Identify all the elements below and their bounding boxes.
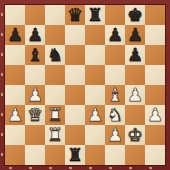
white-rook[interactable]: ♜ bbox=[47, 125, 63, 145]
square-b8[interactable] bbox=[25, 5, 45, 25]
square-c1[interactable] bbox=[45, 145, 65, 165]
black-rook[interactable]: ♜ bbox=[67, 145, 83, 165]
square-a1[interactable] bbox=[5, 145, 25, 165]
square-h4[interactable] bbox=[145, 85, 165, 105]
chess-board: ♛♜♚♟♟♟♟♝♞♟♟♝♟♟♛♜♟♞♟♜♟♚♜ bbox=[5, 5, 165, 165]
square-f5[interactable] bbox=[105, 65, 125, 85]
square-g6[interactable]: ♟ bbox=[125, 45, 145, 65]
square-g7[interactable]: ♟ bbox=[125, 25, 145, 45]
square-d7[interactable] bbox=[65, 25, 85, 45]
border-tick bbox=[1, 133, 3, 136]
black-pawn[interactable]: ♟ bbox=[7, 25, 23, 45]
square-c5[interactable] bbox=[45, 65, 65, 85]
chess-board-frame: ♛♜♚♟♟♟♟♝♞♟♟♝♟♟♛♜♟♞♟♜♟♚♜ bbox=[0, 0, 170, 170]
white-pawn[interactable]: ♟ bbox=[127, 85, 143, 105]
border-tick bbox=[1, 153, 3, 156]
border-tick bbox=[1, 53, 3, 56]
square-d8[interactable]: ♛ bbox=[65, 5, 85, 25]
border-tick bbox=[1, 13, 3, 16]
square-c2[interactable]: ♜ bbox=[45, 125, 65, 145]
square-h6[interactable] bbox=[145, 45, 165, 65]
white-queen[interactable]: ♛ bbox=[27, 105, 43, 125]
square-f7[interactable]: ♟ bbox=[105, 25, 125, 45]
border-tick bbox=[29, 167, 32, 169]
square-e5[interactable] bbox=[85, 65, 105, 85]
black-bishop[interactable]: ♝ bbox=[27, 45, 43, 65]
square-b1[interactable] bbox=[25, 145, 45, 165]
square-f6[interactable] bbox=[105, 45, 125, 65]
square-h3[interactable]: ♟ bbox=[145, 105, 165, 125]
square-a4[interactable] bbox=[5, 85, 25, 105]
white-rook[interactable]: ♜ bbox=[47, 105, 63, 125]
square-e2[interactable] bbox=[85, 125, 105, 145]
black-pawn[interactable]: ♟ bbox=[127, 45, 143, 65]
border-tick bbox=[1, 33, 3, 36]
square-b2[interactable] bbox=[25, 125, 45, 145]
square-a2[interactable] bbox=[5, 125, 25, 145]
square-a8[interactable] bbox=[5, 5, 25, 25]
square-e4[interactable] bbox=[85, 85, 105, 105]
square-b6[interactable]: ♝ bbox=[25, 45, 45, 65]
square-b5[interactable] bbox=[25, 65, 45, 85]
square-c7[interactable] bbox=[45, 25, 65, 45]
square-h1[interactable] bbox=[145, 145, 165, 165]
square-f3[interactable]: ♞ bbox=[105, 105, 125, 125]
square-a5[interactable] bbox=[5, 65, 25, 85]
border-tick bbox=[149, 167, 152, 169]
square-a6[interactable] bbox=[5, 45, 25, 65]
black-pawn[interactable]: ♟ bbox=[107, 25, 123, 45]
square-e3[interactable]: ♟ bbox=[85, 105, 105, 125]
square-g8[interactable]: ♚ bbox=[125, 5, 145, 25]
square-g1[interactable] bbox=[125, 145, 145, 165]
black-pawn[interactable]: ♟ bbox=[127, 25, 143, 45]
square-d6[interactable] bbox=[65, 45, 85, 65]
white-pawn[interactable]: ♟ bbox=[147, 105, 163, 125]
square-h5[interactable] bbox=[145, 65, 165, 85]
square-e1[interactable] bbox=[85, 145, 105, 165]
black-queen[interactable]: ♛ bbox=[67, 5, 83, 25]
white-pawn[interactable]: ♟ bbox=[107, 125, 123, 145]
square-g5[interactable] bbox=[125, 65, 145, 85]
square-h8[interactable] bbox=[145, 5, 165, 25]
border-tick bbox=[9, 167, 12, 169]
square-g3[interactable] bbox=[125, 105, 145, 125]
white-king[interactable]: ♚ bbox=[127, 125, 143, 145]
black-rook[interactable]: ♜ bbox=[87, 5, 103, 25]
white-knight[interactable]: ♞ bbox=[107, 105, 123, 125]
square-d4[interactable] bbox=[65, 85, 85, 105]
square-d1[interactable]: ♜ bbox=[65, 145, 85, 165]
border-tick bbox=[89, 167, 92, 169]
white-pawn[interactable]: ♟ bbox=[7, 105, 23, 125]
black-knight[interactable]: ♞ bbox=[47, 45, 63, 65]
square-h7[interactable] bbox=[145, 25, 165, 45]
white-bishop[interactable]: ♝ bbox=[107, 85, 123, 105]
square-e8[interactable]: ♜ bbox=[85, 5, 105, 25]
square-b3[interactable]: ♛ bbox=[25, 105, 45, 125]
square-f1[interactable] bbox=[105, 145, 125, 165]
white-pawn[interactable]: ♟ bbox=[87, 105, 103, 125]
square-c8[interactable] bbox=[45, 5, 65, 25]
border-tick bbox=[1, 113, 3, 116]
square-f2[interactable]: ♟ bbox=[105, 125, 125, 145]
border-tick bbox=[129, 167, 132, 169]
border-tick bbox=[49, 167, 52, 169]
square-c4[interactable] bbox=[45, 85, 65, 105]
border-tick bbox=[69, 167, 72, 169]
square-b7[interactable]: ♟ bbox=[25, 25, 45, 45]
square-e7[interactable] bbox=[85, 25, 105, 45]
square-b4[interactable]: ♟ bbox=[25, 85, 45, 105]
border-tick bbox=[1, 93, 3, 96]
square-f8[interactable] bbox=[105, 5, 125, 25]
square-d5[interactable] bbox=[65, 65, 85, 85]
square-e6[interactable] bbox=[85, 45, 105, 65]
square-a7[interactable]: ♟ bbox=[5, 25, 25, 45]
border-tick bbox=[109, 167, 112, 169]
border-tick bbox=[1, 73, 3, 76]
black-pawn[interactable]: ♟ bbox=[27, 25, 43, 45]
square-h2[interactable] bbox=[145, 125, 165, 145]
black-king[interactable]: ♚ bbox=[127, 5, 143, 25]
square-d3[interactable] bbox=[65, 105, 85, 125]
white-pawn[interactable]: ♟ bbox=[27, 85, 43, 105]
square-f4[interactable]: ♝ bbox=[105, 85, 125, 105]
square-g4[interactable]: ♟ bbox=[125, 85, 145, 105]
square-g2[interactable]: ♚ bbox=[125, 125, 145, 145]
square-c3[interactable]: ♜ bbox=[45, 105, 65, 125]
square-d2[interactable] bbox=[65, 125, 85, 145]
square-c6[interactable]: ♞ bbox=[45, 45, 65, 65]
square-a3[interactable]: ♟ bbox=[5, 105, 25, 125]
